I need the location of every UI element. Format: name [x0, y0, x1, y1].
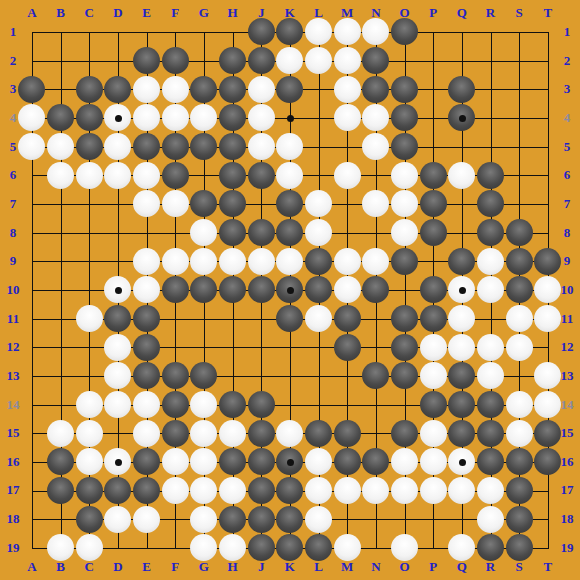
intersection-A4[interactable]	[18, 104, 47, 133]
intersection-R16[interactable]	[476, 448, 505, 477]
intersection-F2[interactable]	[161, 46, 190, 75]
intersection-T15[interactable]	[533, 419, 562, 448]
intersection-J3[interactable]	[247, 75, 276, 104]
intersection-M10[interactable]	[333, 276, 362, 305]
intersection-F15[interactable]	[161, 419, 190, 448]
intersection-A8[interactable]	[18, 218, 47, 247]
intersection-N10[interactable]	[362, 276, 391, 305]
intersection-S16[interactable]	[505, 448, 534, 477]
intersection-D19[interactable]	[104, 533, 133, 562]
intersection-M15[interactable]	[333, 419, 362, 448]
intersection-G17[interactable]	[190, 476, 219, 505]
intersection-C13[interactable]	[75, 362, 104, 391]
intersection-T13[interactable]	[533, 362, 562, 391]
intersection-E5[interactable]	[132, 132, 161, 161]
intersection-D15[interactable]	[104, 419, 133, 448]
intersection-E15[interactable]	[132, 419, 161, 448]
intersection-A10[interactable]	[18, 276, 47, 305]
intersection-T11[interactable]	[533, 304, 562, 333]
intersection-M16[interactable]	[333, 448, 362, 477]
intersection-Q19[interactable]	[448, 533, 477, 562]
intersection-A13[interactable]	[18, 362, 47, 391]
intersection-N3[interactable]	[362, 75, 391, 104]
intersection-L6[interactable]	[304, 161, 333, 190]
intersection-J5[interactable]	[247, 132, 276, 161]
intersection-H4[interactable]	[218, 104, 247, 133]
intersection-K13[interactable]	[276, 362, 305, 391]
intersection-K8[interactable]	[276, 218, 305, 247]
intersection-S1[interactable]	[505, 18, 534, 47]
intersection-G19[interactable]	[190, 533, 219, 562]
intersection-S7[interactable]	[505, 190, 534, 219]
intersection-S17[interactable]	[505, 476, 534, 505]
intersection-D9[interactable]	[104, 247, 133, 276]
intersection-E19[interactable]	[132, 533, 161, 562]
intersection-H9[interactable]	[218, 247, 247, 276]
intersection-G16[interactable]	[190, 448, 219, 477]
intersection-D2[interactable]	[104, 46, 133, 75]
intersection-N19[interactable]	[362, 533, 391, 562]
intersection-G2[interactable]	[190, 46, 219, 75]
intersection-A17[interactable]	[18, 476, 47, 505]
intersection-O17[interactable]	[390, 476, 419, 505]
intersection-F17[interactable]	[161, 476, 190, 505]
intersection-L5[interactable]	[304, 132, 333, 161]
intersection-N9[interactable]	[362, 247, 391, 276]
intersection-S19[interactable]	[505, 533, 534, 562]
intersection-P6[interactable]	[419, 161, 448, 190]
intersection-B12[interactable]	[46, 333, 75, 362]
intersection-F13[interactable]	[161, 362, 190, 391]
intersection-S18[interactable]	[505, 505, 534, 534]
intersection-E10[interactable]	[132, 276, 161, 305]
intersection-A9[interactable]	[18, 247, 47, 276]
intersection-J18[interactable]	[247, 505, 276, 534]
intersection-K14[interactable]	[276, 390, 305, 419]
intersection-A2[interactable]	[18, 46, 47, 75]
intersection-E13[interactable]	[132, 362, 161, 391]
intersection-O1[interactable]	[390, 18, 419, 47]
intersection-G3[interactable]	[190, 75, 219, 104]
intersection-T17[interactable]	[533, 476, 562, 505]
intersection-D13[interactable]	[104, 362, 133, 391]
intersection-C11[interactable]	[75, 304, 104, 333]
intersection-Q17[interactable]	[448, 476, 477, 505]
intersection-R6[interactable]	[476, 161, 505, 190]
intersection-E6[interactable]	[132, 161, 161, 190]
intersection-D14[interactable]	[104, 390, 133, 419]
intersection-T1[interactable]	[533, 18, 562, 47]
intersection-R5[interactable]	[476, 132, 505, 161]
intersection-S12[interactable]	[505, 333, 534, 362]
intersection-K5[interactable]	[276, 132, 305, 161]
intersection-N2[interactable]	[362, 46, 391, 75]
intersection-F6[interactable]	[161, 161, 190, 190]
intersection-A1[interactable]	[18, 18, 47, 47]
intersection-N14[interactable]	[362, 390, 391, 419]
intersection-M1[interactable]	[333, 18, 362, 47]
intersection-B9[interactable]	[46, 247, 75, 276]
intersection-L3[interactable]	[304, 75, 333, 104]
intersection-G13[interactable]	[190, 362, 219, 391]
intersection-H16[interactable]	[218, 448, 247, 477]
intersection-J17[interactable]	[247, 476, 276, 505]
intersection-T14[interactable]	[533, 390, 562, 419]
intersection-P18[interactable]	[419, 505, 448, 534]
intersection-L14[interactable]	[304, 390, 333, 419]
intersection-D1[interactable]	[104, 18, 133, 47]
intersection-O15[interactable]	[390, 419, 419, 448]
intersection-S6[interactable]	[505, 161, 534, 190]
intersection-E17[interactable]	[132, 476, 161, 505]
intersection-R1[interactable]	[476, 18, 505, 47]
intersection-J11[interactable]	[247, 304, 276, 333]
intersection-B11[interactable]	[46, 304, 75, 333]
intersection-F16[interactable]	[161, 448, 190, 477]
intersection-O3[interactable]	[390, 75, 419, 104]
intersection-E8[interactable]	[132, 218, 161, 247]
intersection-S13[interactable]	[505, 362, 534, 391]
intersection-C15[interactable]	[75, 419, 104, 448]
intersection-K9[interactable]	[276, 247, 305, 276]
intersection-P14[interactable]	[419, 390, 448, 419]
intersection-J16[interactable]	[247, 448, 276, 477]
intersection-P16[interactable]	[419, 448, 448, 477]
intersection-M11[interactable]	[333, 304, 362, 333]
intersection-N1[interactable]	[362, 18, 391, 47]
intersection-H8[interactable]	[218, 218, 247, 247]
intersection-O5[interactable]	[390, 132, 419, 161]
intersection-T9[interactable]	[533, 247, 562, 276]
intersection-N7[interactable]	[362, 190, 391, 219]
intersection-T16[interactable]	[533, 448, 562, 477]
intersection-P19[interactable]	[419, 533, 448, 562]
intersection-G18[interactable]	[190, 505, 219, 534]
intersection-L12[interactable]	[304, 333, 333, 362]
intersection-E12[interactable]	[132, 333, 161, 362]
intersection-C18[interactable]	[75, 505, 104, 534]
intersection-H18[interactable]	[218, 505, 247, 534]
intersection-E4[interactable]	[132, 104, 161, 133]
intersection-B13[interactable]	[46, 362, 75, 391]
intersection-C7[interactable]	[75, 190, 104, 219]
intersection-M8[interactable]	[333, 218, 362, 247]
intersection-J12[interactable]	[247, 333, 276, 362]
intersection-L7[interactable]	[304, 190, 333, 219]
intersection-S8[interactable]	[505, 218, 534, 247]
intersection-L4[interactable]	[304, 104, 333, 133]
intersection-A3[interactable]	[18, 75, 47, 104]
intersection-R19[interactable]	[476, 533, 505, 562]
intersection-S10[interactable]	[505, 276, 534, 305]
intersection-B8[interactable]	[46, 218, 75, 247]
intersection-K1[interactable]	[276, 18, 305, 47]
intersection-T8[interactable]	[533, 218, 562, 247]
intersection-O12[interactable]	[390, 333, 419, 362]
intersection-C6[interactable]	[75, 161, 104, 190]
intersection-M9[interactable]	[333, 247, 362, 276]
intersection-H12[interactable]	[218, 333, 247, 362]
intersection-P10[interactable]	[419, 276, 448, 305]
intersection-H2[interactable]	[218, 46, 247, 75]
intersection-D6[interactable]	[104, 161, 133, 190]
intersection-A6[interactable]	[18, 161, 47, 190]
intersection-P13[interactable]	[419, 362, 448, 391]
intersection-D12[interactable]	[104, 333, 133, 362]
intersection-R2[interactable]	[476, 46, 505, 75]
intersection-C3[interactable]	[75, 75, 104, 104]
intersection-J14[interactable]	[247, 390, 276, 419]
intersection-C5[interactable]	[75, 132, 104, 161]
intersection-M6[interactable]	[333, 161, 362, 190]
intersection-L18[interactable]	[304, 505, 333, 534]
intersection-D5[interactable]	[104, 132, 133, 161]
intersection-F19[interactable]	[161, 533, 190, 562]
intersection-R10[interactable]	[476, 276, 505, 305]
intersection-N6[interactable]	[362, 161, 391, 190]
intersection-F3[interactable]	[161, 75, 190, 104]
intersection-C16[interactable]	[75, 448, 104, 477]
intersection-H1[interactable]	[218, 18, 247, 47]
intersection-K6[interactable]	[276, 161, 305, 190]
intersection-N13[interactable]	[362, 362, 391, 391]
intersection-G1[interactable]	[190, 18, 219, 47]
intersection-A5[interactable]	[18, 132, 47, 161]
intersection-O13[interactable]	[390, 362, 419, 391]
intersection-T6[interactable]	[533, 161, 562, 190]
intersection-B7[interactable]	[46, 190, 75, 219]
intersection-E7[interactable]	[132, 190, 161, 219]
intersection-J15[interactable]	[247, 419, 276, 448]
intersection-C14[interactable]	[75, 390, 104, 419]
intersection-D3[interactable]	[104, 75, 133, 104]
intersection-S11[interactable]	[505, 304, 534, 333]
intersection-B17[interactable]	[46, 476, 75, 505]
intersection-L19[interactable]	[304, 533, 333, 562]
intersection-Q6[interactable]	[448, 161, 477, 190]
intersection-J7[interactable]	[247, 190, 276, 219]
intersection-R7[interactable]	[476, 190, 505, 219]
intersection-N16[interactable]	[362, 448, 391, 477]
intersection-H19[interactable]	[218, 533, 247, 562]
intersection-R18[interactable]	[476, 505, 505, 534]
intersection-F5[interactable]	[161, 132, 190, 161]
intersection-N15[interactable]	[362, 419, 391, 448]
intersection-L16[interactable]	[304, 448, 333, 477]
intersection-K18[interactable]	[276, 505, 305, 534]
intersection-F8[interactable]	[161, 218, 190, 247]
intersection-C9[interactable]	[75, 247, 104, 276]
intersection-D7[interactable]	[104, 190, 133, 219]
intersection-S5[interactable]	[505, 132, 534, 161]
intersection-E3[interactable]	[132, 75, 161, 104]
intersection-Q15[interactable]	[448, 419, 477, 448]
intersection-A16[interactable]	[18, 448, 47, 477]
intersection-T12[interactable]	[533, 333, 562, 362]
intersection-O4[interactable]	[390, 104, 419, 133]
intersection-Q2[interactable]	[448, 46, 477, 75]
intersection-M18[interactable]	[333, 505, 362, 534]
intersection-K11[interactable]	[276, 304, 305, 333]
intersection-M4[interactable]	[333, 104, 362, 133]
intersection-J2[interactable]	[247, 46, 276, 75]
intersection-O7[interactable]	[390, 190, 419, 219]
intersection-G6[interactable]	[190, 161, 219, 190]
intersection-A7[interactable]	[18, 190, 47, 219]
intersection-O8[interactable]	[390, 218, 419, 247]
intersection-E9[interactable]	[132, 247, 161, 276]
intersection-C17[interactable]	[75, 476, 104, 505]
intersection-C12[interactable]	[75, 333, 104, 362]
intersection-T7[interactable]	[533, 190, 562, 219]
intersection-F1[interactable]	[161, 18, 190, 47]
intersection-T4[interactable]	[533, 104, 562, 133]
intersection-Q11[interactable]	[448, 304, 477, 333]
intersection-Q8[interactable]	[448, 218, 477, 247]
intersection-L9[interactable]	[304, 247, 333, 276]
intersection-C2[interactable]	[75, 46, 104, 75]
intersection-P7[interactable]	[419, 190, 448, 219]
intersection-O14[interactable]	[390, 390, 419, 419]
intersection-C1[interactable]	[75, 18, 104, 47]
intersection-Q12[interactable]	[448, 333, 477, 362]
intersection-H7[interactable]	[218, 190, 247, 219]
intersection-R4[interactable]	[476, 104, 505, 133]
intersection-E11[interactable]	[132, 304, 161, 333]
intersection-P9[interactable]	[419, 247, 448, 276]
intersection-O18[interactable]	[390, 505, 419, 534]
intersection-Q7[interactable]	[448, 190, 477, 219]
intersection-A18[interactable]	[18, 505, 47, 534]
intersection-B2[interactable]	[46, 46, 75, 75]
intersection-M12[interactable]	[333, 333, 362, 362]
intersection-G9[interactable]	[190, 247, 219, 276]
intersection-O6[interactable]	[390, 161, 419, 190]
intersection-A11[interactable]	[18, 304, 47, 333]
intersection-A15[interactable]	[18, 419, 47, 448]
intersection-Q14[interactable]	[448, 390, 477, 419]
intersection-N18[interactable]	[362, 505, 391, 534]
intersection-R8[interactable]	[476, 218, 505, 247]
intersection-B4[interactable]	[46, 104, 75, 133]
intersection-T5[interactable]	[533, 132, 562, 161]
intersection-G5[interactable]	[190, 132, 219, 161]
intersection-B14[interactable]	[46, 390, 75, 419]
intersection-B10[interactable]	[46, 276, 75, 305]
intersection-L10[interactable]	[304, 276, 333, 305]
intersection-C8[interactable]	[75, 218, 104, 247]
intersection-J1[interactable]	[247, 18, 276, 47]
intersection-T19[interactable]	[533, 533, 562, 562]
intersection-B3[interactable]	[46, 75, 75, 104]
intersection-L11[interactable]	[304, 304, 333, 333]
intersection-M5[interactable]	[333, 132, 362, 161]
intersection-H10[interactable]	[218, 276, 247, 305]
intersection-P11[interactable]	[419, 304, 448, 333]
intersection-H5[interactable]	[218, 132, 247, 161]
intersection-F7[interactable]	[161, 190, 190, 219]
intersection-E16[interactable]	[132, 448, 161, 477]
intersection-H15[interactable]	[218, 419, 247, 448]
intersection-S2[interactable]	[505, 46, 534, 75]
intersection-O19[interactable]	[390, 533, 419, 562]
intersection-P17[interactable]	[419, 476, 448, 505]
intersection-E2[interactable]	[132, 46, 161, 75]
intersection-C10[interactable]	[75, 276, 104, 305]
intersection-N11[interactable]	[362, 304, 391, 333]
intersection-M3[interactable]	[333, 75, 362, 104]
intersection-R3[interactable]	[476, 75, 505, 104]
intersection-B6[interactable]	[46, 161, 75, 190]
intersection-L13[interactable]	[304, 362, 333, 391]
intersection-P3[interactable]	[419, 75, 448, 104]
intersection-L8[interactable]	[304, 218, 333, 247]
intersection-M7[interactable]	[333, 190, 362, 219]
intersection-G14[interactable]	[190, 390, 219, 419]
intersection-B19[interactable]	[46, 533, 75, 562]
intersection-L2[interactable]	[304, 46, 333, 75]
intersection-C4[interactable]	[75, 104, 104, 133]
intersection-F14[interactable]	[161, 390, 190, 419]
intersection-R14[interactable]	[476, 390, 505, 419]
intersection-S14[interactable]	[505, 390, 534, 419]
intersection-B5[interactable]	[46, 132, 75, 161]
intersection-H17[interactable]	[218, 476, 247, 505]
intersection-P4[interactable]	[419, 104, 448, 133]
intersection-N17[interactable]	[362, 476, 391, 505]
intersection-J19[interactable]	[247, 533, 276, 562]
intersection-K19[interactable]	[276, 533, 305, 562]
intersection-J8[interactable]	[247, 218, 276, 247]
intersection-T18[interactable]	[533, 505, 562, 534]
intersection-G15[interactable]	[190, 419, 219, 448]
intersection-R13[interactable]	[476, 362, 505, 391]
intersection-A19[interactable]	[18, 533, 47, 562]
intersection-P12[interactable]	[419, 333, 448, 362]
intersection-E14[interactable]	[132, 390, 161, 419]
intersection-Q13[interactable]	[448, 362, 477, 391]
intersection-K3[interactable]	[276, 75, 305, 104]
intersection-F9[interactable]	[161, 247, 190, 276]
intersection-T3[interactable]	[533, 75, 562, 104]
intersection-B16[interactable]	[46, 448, 75, 477]
intersection-M19[interactable]	[333, 533, 362, 562]
intersection-A12[interactable]	[18, 333, 47, 362]
intersection-J10[interactable]	[247, 276, 276, 305]
intersection-G12[interactable]	[190, 333, 219, 362]
intersection-G10[interactable]	[190, 276, 219, 305]
intersection-K17[interactable]	[276, 476, 305, 505]
intersection-Q18[interactable]	[448, 505, 477, 534]
intersection-G7[interactable]	[190, 190, 219, 219]
intersection-P15[interactable]	[419, 419, 448, 448]
intersection-S4[interactable]	[505, 104, 534, 133]
intersection-N5[interactable]	[362, 132, 391, 161]
intersection-M13[interactable]	[333, 362, 362, 391]
intersection-M14[interactable]	[333, 390, 362, 419]
intersection-K12[interactable]	[276, 333, 305, 362]
intersection-S15[interactable]	[505, 419, 534, 448]
intersection-Q1[interactable]	[448, 18, 477, 47]
intersection-P5[interactable]	[419, 132, 448, 161]
intersection-G11[interactable]	[190, 304, 219, 333]
intersection-B18[interactable]	[46, 505, 75, 534]
intersection-R17[interactable]	[476, 476, 505, 505]
intersection-H14[interactable]	[218, 390, 247, 419]
intersection-P2[interactable]	[419, 46, 448, 75]
intersection-F12[interactable]	[161, 333, 190, 362]
intersection-F10[interactable]	[161, 276, 190, 305]
